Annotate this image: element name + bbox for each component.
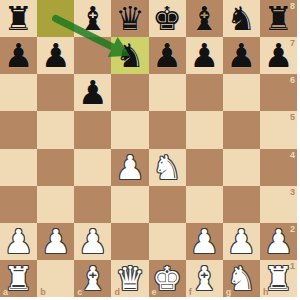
square-a4[interactable] xyxy=(0,149,37,186)
square-d1[interactable]: d♛ xyxy=(111,260,148,297)
piece-black-bishop[interactable]: ♝ xyxy=(186,0,223,37)
square-h8[interactable]: 8♜ xyxy=(260,0,297,37)
square-f3[interactable] xyxy=(186,186,223,223)
square-d5[interactable] xyxy=(111,111,148,148)
square-c1[interactable]: c♝ xyxy=(74,260,111,297)
piece-black-king[interactable]: ♚ xyxy=(149,0,186,37)
piece-white-pawn[interactable]: ♟ xyxy=(186,223,223,260)
square-h5[interactable]: 5 xyxy=(260,111,297,148)
square-d2[interactable] xyxy=(111,223,148,260)
square-d7[interactable]: ♞ xyxy=(111,37,148,74)
square-g4[interactable] xyxy=(223,149,260,186)
square-e3[interactable] xyxy=(149,186,186,223)
coord-rank-6: 6 xyxy=(290,75,295,85)
square-e2[interactable] xyxy=(149,223,186,260)
square-a1[interactable]: a♜ xyxy=(0,260,37,297)
coord-rank-7: 7 xyxy=(290,38,295,48)
coord-file-c: c xyxy=(77,287,82,297)
square-f1[interactable]: f♝ xyxy=(186,260,223,297)
square-b6[interactable] xyxy=(37,74,74,111)
square-d4[interactable]: ♟ xyxy=(111,149,148,186)
square-e5[interactable] xyxy=(149,111,186,148)
square-a8[interactable]: ♜ xyxy=(0,0,37,37)
square-c2[interactable]: ♟ xyxy=(74,223,111,260)
square-b1[interactable]: b xyxy=(37,260,74,297)
square-d6[interactable] xyxy=(111,74,148,111)
piece-black-knight[interactable]: ♞ xyxy=(223,0,260,37)
square-e8[interactable]: ♚ xyxy=(149,0,186,37)
square-c4[interactable] xyxy=(74,149,111,186)
piece-black-rook[interactable]: ♜ xyxy=(0,0,37,37)
piece-black-queen[interactable]: ♛ xyxy=(111,0,148,37)
square-h6[interactable]: 6 xyxy=(260,74,297,111)
square-c8[interactable]: ♝ xyxy=(74,0,111,37)
square-e4[interactable]: ♞ xyxy=(149,149,186,186)
square-b2[interactable]: ♟ xyxy=(37,223,74,260)
square-f2[interactable]: ♟ xyxy=(186,223,223,260)
coord-rank-8: 8 xyxy=(290,1,295,11)
square-c7[interactable] xyxy=(74,37,111,74)
square-g3[interactable] xyxy=(223,186,260,223)
square-e6[interactable] xyxy=(149,74,186,111)
square-d3[interactable] xyxy=(111,186,148,223)
piece-white-pawn[interactable]: ♟ xyxy=(74,223,111,260)
square-c5[interactable] xyxy=(74,111,111,148)
square-g8[interactable]: ♞ xyxy=(223,0,260,37)
coord-file-d: d xyxy=(114,287,120,297)
piece-white-pawn[interactable]: ♟ xyxy=(37,223,74,260)
square-f7[interactable]: ♟ xyxy=(186,37,223,74)
piece-black-bishop[interactable]: ♝ xyxy=(74,0,111,37)
square-e7[interactable]: ♟ xyxy=(149,37,186,74)
piece-black-pawn[interactable]: ♟ xyxy=(149,37,186,74)
piece-white-knight[interactable]: ♞ xyxy=(149,149,186,186)
piece-black-pawn[interactable]: ♟ xyxy=(0,37,37,74)
piece-black-pawn[interactable]: ♟ xyxy=(37,37,74,74)
square-b5[interactable] xyxy=(37,111,74,148)
coord-rank-4: 4 xyxy=(290,150,295,160)
square-g5[interactable] xyxy=(223,111,260,148)
square-b3[interactable] xyxy=(37,186,74,223)
coord-file-b: b xyxy=(40,287,46,297)
square-g2[interactable]: ♟ xyxy=(223,223,260,260)
square-b4[interactable] xyxy=(37,149,74,186)
piece-black-knight[interactable]: ♞ xyxy=(111,37,148,74)
square-c6[interactable]: ♟ xyxy=(74,74,111,111)
square-a5[interactable] xyxy=(0,111,37,148)
piece-black-pawn[interactable]: ♟ xyxy=(186,37,223,74)
square-d8[interactable]: ♛ xyxy=(111,0,148,37)
coord-file-e: e xyxy=(152,287,157,297)
square-b7[interactable]: ♟ xyxy=(37,37,74,74)
square-f4[interactable] xyxy=(186,149,223,186)
coord-rank-1: 1 xyxy=(290,261,295,271)
square-f6[interactable] xyxy=(186,74,223,111)
coord-file-f: f xyxy=(189,287,192,297)
square-h2[interactable]: 2♟ xyxy=(260,223,297,260)
piece-white-pawn[interactable]: ♟ xyxy=(0,223,37,260)
coord-file-a: a xyxy=(3,287,8,297)
square-a2[interactable]: ♟ xyxy=(0,223,37,260)
coord-rank-5: 5 xyxy=(290,112,295,122)
square-h1[interactable]: 1h♜ xyxy=(260,260,297,297)
square-e1[interactable]: e♚ xyxy=(149,260,186,297)
coord-file-h: h xyxy=(263,287,269,297)
square-b8[interactable] xyxy=(37,0,74,37)
piece-black-pawn[interactable]: ♟ xyxy=(74,74,111,111)
coord-rank-2: 2 xyxy=(290,224,295,234)
square-f8[interactable]: ♝ xyxy=(186,0,223,37)
square-a7[interactable]: ♟ xyxy=(0,37,37,74)
piece-black-pawn[interactable]: ♟ xyxy=(223,37,260,74)
square-g7[interactable]: ♟ xyxy=(223,37,260,74)
square-f5[interactable] xyxy=(186,111,223,148)
piece-white-pawn[interactable]: ♟ xyxy=(111,149,148,186)
square-h4[interactable]: 4 xyxy=(260,149,297,186)
square-h3[interactable]: 3 xyxy=(260,186,297,223)
square-c3[interactable] xyxy=(74,186,111,223)
coord-file-g: g xyxy=(226,287,232,297)
coord-rank-3: 3 xyxy=(290,187,295,197)
square-g6[interactable] xyxy=(223,74,260,111)
square-a3[interactable] xyxy=(0,186,37,223)
square-g1[interactable]: g♞ xyxy=(223,260,260,297)
square-a6[interactable] xyxy=(0,74,37,111)
chess-board: ♜♝♛♚♝♞8♜♟♟♞♟♟♟7♟♟65♟♞43♟♟♟♟♟2♟a♜bc♝d♛e♚f… xyxy=(0,0,297,297)
square-h7[interactable]: 7♟ xyxy=(260,37,297,74)
piece-white-pawn[interactable]: ♟ xyxy=(223,223,260,260)
chess-board-container: ♜♝♛♚♝♞8♜♟♟♞♟♟♟7♟♟65♟♞43♟♟♟♟♟2♟a♜bc♝d♛e♚f… xyxy=(0,0,297,297)
